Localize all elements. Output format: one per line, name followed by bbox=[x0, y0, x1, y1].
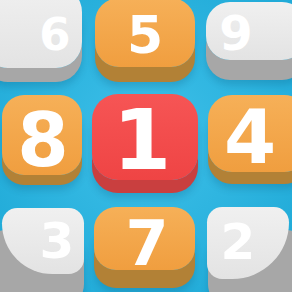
tile-digit: 9 bbox=[219, 9, 252, 57]
tile-4[interactable]: 4 bbox=[208, 95, 292, 172]
tile-8[interactable]: 8 bbox=[2, 95, 82, 175]
tile-9[interactable]: 9 bbox=[206, 2, 292, 60]
tile-1[interactable]: 1 bbox=[92, 94, 198, 180]
tile-3[interactable]: 3 bbox=[0, 208, 84, 292]
tile-digit: 5 bbox=[127, 9, 163, 61]
tile-digit: 4 bbox=[224, 100, 276, 175]
tile-7[interactable]: 7 bbox=[94, 207, 195, 270]
tile-2[interactable]: 2 bbox=[207, 207, 292, 292]
game-board: 6 5 9 8 1 4 3 7 2 bbox=[0, 0, 292, 292]
tile-digit: 2 bbox=[221, 217, 256, 267]
tile-digit: 1 bbox=[113, 98, 171, 182]
tile-6[interactable]: 6 bbox=[0, 0, 82, 68]
tile-digit: 6 bbox=[39, 12, 70, 57]
tile-digit: 3 bbox=[40, 216, 75, 266]
tile-5[interactable]: 5 bbox=[95, 0, 195, 67]
tile-digit: 7 bbox=[125, 213, 168, 275]
tile-digit: 8 bbox=[17, 103, 69, 177]
